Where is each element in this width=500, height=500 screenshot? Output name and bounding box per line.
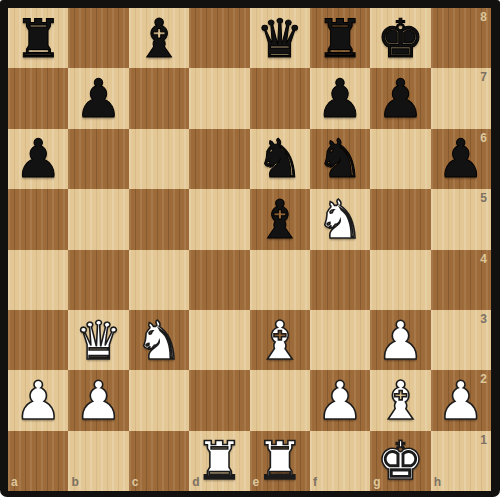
white-knight-f5[interactable]: ♞ <box>310 189 370 249</box>
chess-board[interactable]: ♜♝♛♜♚8♟♟♟7♟♞♞♟6♝♞54♛♞♝♟3♟♟♟♝♟2abc♜d♜ef♚g… <box>8 8 491 491</box>
file-label-a: a <box>11 475 18 489</box>
rank-label-8: 8 <box>480 10 487 24</box>
square-e4[interactable] <box>250 250 310 310</box>
black-queen-e8[interactable]: ♛ <box>250 8 310 68</box>
black-rook-a8[interactable]: ♜ <box>8 8 68 68</box>
square-h8[interactable]: 8 <box>431 8 491 68</box>
black-bishop-e5[interactable]: ♝ <box>250 189 310 249</box>
black-pawn-a6[interactable]: ♟ <box>8 129 68 189</box>
square-e3[interactable]: ♝ <box>250 310 310 370</box>
square-f8[interactable]: ♜ <box>310 8 370 68</box>
white-bishop-g2[interactable]: ♝ <box>370 370 430 430</box>
square-b2[interactable]: ♟ <box>68 370 128 430</box>
rank-label-7: 7 <box>480 70 487 84</box>
square-g7[interactable]: ♟ <box>370 68 430 128</box>
square-d2[interactable] <box>189 370 249 430</box>
square-h7[interactable]: 7 <box>431 68 491 128</box>
square-f7[interactable]: ♟ <box>310 68 370 128</box>
white-pawn-h2[interactable]: ♟ <box>431 370 491 430</box>
square-h1[interactable]: 1h <box>431 431 491 491</box>
square-e2[interactable] <box>250 370 310 430</box>
file-label-f: f <box>313 475 317 489</box>
rank-label-5: 5 <box>480 191 487 205</box>
square-b3[interactable]: ♛ <box>68 310 128 370</box>
square-b4[interactable] <box>68 250 128 310</box>
black-knight-f6[interactable]: ♞ <box>310 129 370 189</box>
square-b8[interactable] <box>68 8 128 68</box>
square-f1[interactable]: f <box>310 431 370 491</box>
square-a5[interactable] <box>8 189 68 249</box>
square-d6[interactable] <box>189 129 249 189</box>
square-c5[interactable] <box>129 189 189 249</box>
black-king-g8[interactable]: ♚ <box>370 8 430 68</box>
square-a7[interactable] <box>8 68 68 128</box>
square-c3[interactable]: ♞ <box>129 310 189 370</box>
square-b5[interactable] <box>68 189 128 249</box>
square-h6[interactable]: ♟6 <box>431 129 491 189</box>
square-h4[interactable]: 4 <box>431 250 491 310</box>
white-rook-d1[interactable]: ♜ <box>189 431 249 491</box>
rank-label-3: 3 <box>480 312 487 326</box>
square-c7[interactable] <box>129 68 189 128</box>
black-pawn-g7[interactable]: ♟ <box>370 68 430 128</box>
file-label-h: h <box>434 475 441 489</box>
square-a1[interactable]: a <box>8 431 68 491</box>
white-pawn-g3[interactable]: ♟ <box>370 310 430 370</box>
square-d4[interactable] <box>189 250 249 310</box>
square-f5[interactable]: ♞ <box>310 189 370 249</box>
white-knight-c3[interactable]: ♞ <box>129 310 189 370</box>
square-c6[interactable] <box>129 129 189 189</box>
square-g8[interactable]: ♚ <box>370 8 430 68</box>
chess-board-frame: ♜♝♛♜♚8♟♟♟7♟♞♞♟6♝♞54♛♞♝♟3♟♟♟♝♟2abc♜d♜ef♚g… <box>0 0 500 497</box>
square-g1[interactable]: ♚g <box>370 431 430 491</box>
black-bishop-c8[interactable]: ♝ <box>129 8 189 68</box>
black-pawn-f7[interactable]: ♟ <box>310 68 370 128</box>
white-pawn-f2[interactable]: ♟ <box>310 370 370 430</box>
square-d5[interactable] <box>189 189 249 249</box>
square-c4[interactable] <box>129 250 189 310</box>
square-f4[interactable] <box>310 250 370 310</box>
square-h5[interactable]: 5 <box>431 189 491 249</box>
square-c8[interactable]: ♝ <box>129 8 189 68</box>
square-d8[interactable] <box>189 8 249 68</box>
square-b6[interactable] <box>68 129 128 189</box>
white-pawn-b2[interactable]: ♟ <box>68 370 128 430</box>
white-pawn-a2[interactable]: ♟ <box>8 370 68 430</box>
square-b7[interactable]: ♟ <box>68 68 128 128</box>
square-g2[interactable]: ♝ <box>370 370 430 430</box>
square-e7[interactable] <box>250 68 310 128</box>
square-e8[interactable]: ♛ <box>250 8 310 68</box>
square-d1[interactable]: ♜d <box>189 431 249 491</box>
square-a6[interactable]: ♟ <box>8 129 68 189</box>
square-d3[interactable] <box>189 310 249 370</box>
white-king-g1[interactable]: ♚ <box>370 431 430 491</box>
square-d7[interactable] <box>189 68 249 128</box>
black-knight-e6[interactable]: ♞ <box>250 129 310 189</box>
square-e1[interactable]: ♜e <box>250 431 310 491</box>
black-rook-f8[interactable]: ♜ <box>310 8 370 68</box>
square-f3[interactable] <box>310 310 370 370</box>
page: ♜♝♛♜♚8♟♟♟7♟♞♞♟6♝♞54♛♞♝♟3♟♟♟♝♟2abc♜d♜ef♚g… <box>0 0 500 500</box>
square-e6[interactable]: ♞ <box>250 129 310 189</box>
square-h2[interactable]: ♟2 <box>431 370 491 430</box>
square-c1[interactable]: c <box>129 431 189 491</box>
square-a8[interactable]: ♜ <box>8 8 68 68</box>
square-a3[interactable] <box>8 310 68 370</box>
square-e5[interactable]: ♝ <box>250 189 310 249</box>
square-g6[interactable] <box>370 129 430 189</box>
square-c2[interactable] <box>129 370 189 430</box>
square-b1[interactable]: b <box>68 431 128 491</box>
square-g5[interactable] <box>370 189 430 249</box>
square-g4[interactable] <box>370 250 430 310</box>
square-g3[interactable]: ♟ <box>370 310 430 370</box>
square-h3[interactable]: 3 <box>431 310 491 370</box>
white-bishop-e3[interactable]: ♝ <box>250 310 310 370</box>
white-queen-b3[interactable]: ♛ <box>68 310 128 370</box>
black-pawn-b7[interactable]: ♟ <box>68 68 128 128</box>
black-pawn-h6[interactable]: ♟ <box>431 129 491 189</box>
rank-label-1: 1 <box>480 433 487 447</box>
file-label-b: b <box>71 475 78 489</box>
file-label-c: c <box>132 475 139 489</box>
square-a4[interactable] <box>8 250 68 310</box>
rank-label-4: 4 <box>480 252 487 266</box>
square-a2[interactable]: ♟ <box>8 370 68 430</box>
square-f6[interactable]: ♞ <box>310 129 370 189</box>
white-rook-e1[interactable]: ♜ <box>250 431 310 491</box>
square-f2[interactable]: ♟ <box>310 370 370 430</box>
